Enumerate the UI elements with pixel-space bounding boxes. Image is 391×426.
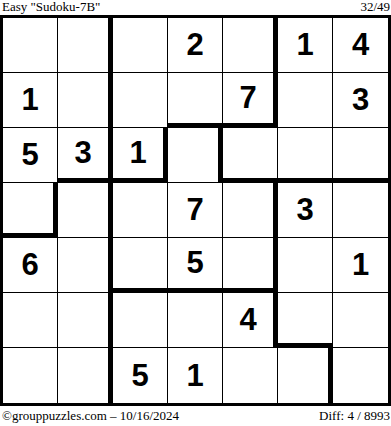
given-digit: 7 (186, 192, 203, 228)
given-digit: 3 (352, 82, 369, 118)
puzzle-title: Easy "Sudoku-7B" (0, 0, 100, 14)
sudoku-board: 21417353173651451 (0, 15, 391, 406)
cell-r4c4[interactable]: 7 (168, 183, 223, 238)
given-digit: 3 (296, 192, 313, 228)
cell-r3c7[interactable] (333, 128, 388, 183)
given-digit: 2 (186, 27, 203, 63)
given-digit: 5 (186, 245, 203, 281)
cell-r7c2[interactable] (58, 348, 113, 403)
cell-r2c2[interactable] (58, 73, 113, 128)
cell-r2c6[interactable] (278, 73, 333, 128)
cell-r5c2[interactable] (58, 238, 113, 293)
cell-r7c7[interactable] (333, 348, 388, 403)
cell-r5c4[interactable]: 5 (168, 238, 223, 293)
cell-r1c2[interactable] (58, 18, 113, 73)
cell-r4c1[interactable] (3, 183, 58, 238)
cell-r2c1[interactable]: 1 (3, 73, 58, 128)
cell-r6c2[interactable] (58, 293, 113, 348)
cell-r1c4[interactable]: 2 (168, 18, 223, 73)
given-digit: 6 (21, 247, 38, 283)
given-digit: 1 (186, 358, 203, 394)
cell-r7c5[interactable] (223, 348, 278, 403)
cell-r5c5[interactable] (223, 238, 278, 293)
cell-r4c6[interactable]: 3 (278, 183, 333, 238)
cell-r6c5[interactable]: 4 (223, 293, 278, 348)
cell-r1c1[interactable] (3, 18, 58, 73)
footer: ©grouppuzzles.com – 10/16/2024 Diff: 4 /… (0, 409, 391, 426)
given-digit: 1 (21, 82, 38, 118)
given-digit: 5 (21, 137, 38, 173)
given-digit: 5 (131, 358, 148, 394)
cell-r7c3[interactable]: 5 (113, 348, 168, 403)
cell-r2c4[interactable] (168, 73, 223, 128)
cell-r1c3[interactable] (113, 18, 168, 73)
given-digit: 3 (74, 135, 91, 171)
cell-r4c3[interactable] (113, 183, 168, 238)
cell-r2c7[interactable]: 3 (333, 73, 388, 128)
given-digit: 1 (352, 247, 369, 283)
cell-r4c5[interactable] (223, 183, 278, 238)
header: Easy "Sudoku-7B" 32/49 (0, 0, 391, 15)
cell-r7c4[interactable]: 1 (168, 348, 223, 403)
given-digit: 4 (352, 27, 369, 63)
cell-r6c6[interactable] (278, 293, 333, 348)
cell-r7c6[interactable] (278, 348, 333, 403)
cell-r1c7[interactable]: 4 (333, 18, 388, 73)
cell-r4c2[interactable] (58, 183, 113, 238)
cell-r3c5[interactable] (223, 128, 278, 183)
cell-r6c1[interactable] (3, 293, 58, 348)
cell-r3c1[interactable]: 5 (3, 128, 58, 183)
cell-r6c7[interactable] (333, 293, 388, 348)
cell-r5c3[interactable] (113, 238, 168, 293)
cell-r3c6[interactable] (278, 128, 333, 183)
cell-r2c3[interactable] (113, 73, 168, 128)
given-digit: 7 (239, 80, 256, 116)
cell-r5c7[interactable]: 1 (333, 238, 388, 293)
cell-r3c3[interactable]: 1 (113, 128, 168, 183)
cell-r4c7[interactable] (333, 183, 388, 238)
given-digit: 1 (129, 135, 146, 171)
cell-r5c6[interactable] (278, 238, 333, 293)
cell-r2c5[interactable]: 7 (223, 73, 278, 128)
cell-r7c1[interactable] (3, 348, 58, 403)
given-digit: 4 (239, 302, 256, 338)
cell-r6c3[interactable] (113, 293, 168, 348)
cell-r6c4[interactable] (168, 293, 223, 348)
cell-r5c1[interactable]: 6 (3, 238, 58, 293)
given-digit: 1 (296, 27, 313, 63)
puzzle-counter: 32/49 (360, 0, 391, 14)
difficulty-label: Diff: 4 / 8993 (319, 409, 391, 423)
footer-copyright: ©grouppuzzles.com – 10/16/2024 (0, 409, 179, 423)
cell-r1c5[interactable] (223, 18, 278, 73)
cell-r1c6[interactable]: 1 (278, 18, 333, 73)
cell-r3c4[interactable] (168, 128, 223, 183)
cell-r3c2[interactable]: 3 (58, 128, 113, 183)
